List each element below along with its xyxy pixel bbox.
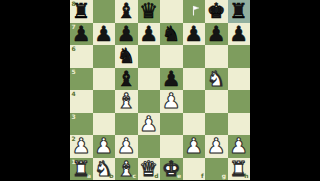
square-g5[interactable]: ♞ bbox=[205, 68, 228, 91]
piece-black-king[interactable]: ♚ bbox=[207, 0, 226, 23]
square-b3[interactable] bbox=[93, 113, 116, 136]
piece-black-pawn[interactable]: ♟ bbox=[139, 23, 158, 46]
square-a2[interactable]: 2♟ bbox=[70, 135, 93, 158]
square-b6[interactable] bbox=[93, 45, 116, 68]
piece-black-knight[interactable]: ♞ bbox=[162, 23, 181, 46]
chess-board[interactable]: 8♜♝♛♚♜7♟♟♟♟♞♟♟♟6♞5♝♟♞4♝♟3♟2♟♟♟♟♟♟1a♜b♞c♝… bbox=[70, 0, 250, 180]
piece-black-queen[interactable]: ♛ bbox=[139, 0, 158, 23]
square-g7[interactable]: ♟ bbox=[205, 23, 228, 46]
square-b7[interactable]: ♟ bbox=[93, 23, 116, 46]
square-c2[interactable]: ♟ bbox=[115, 135, 138, 158]
square-a6[interactable]: 6 bbox=[70, 45, 93, 68]
piece-black-pawn[interactable]: ♟ bbox=[184, 23, 203, 46]
file-label-c: c bbox=[132, 173, 136, 179]
rank-label-2: 2 bbox=[72, 136, 76, 142]
piece-black-knight[interactable]: ♞ bbox=[117, 45, 136, 68]
square-g6[interactable] bbox=[205, 45, 228, 68]
square-e2[interactable] bbox=[160, 135, 183, 158]
letterbox-left bbox=[0, 0, 70, 180]
piece-black-pawn[interactable]: ♟ bbox=[162, 68, 181, 91]
file-label-f: f bbox=[201, 173, 204, 179]
file-label-a: a bbox=[87, 173, 91, 179]
square-h5[interactable] bbox=[228, 68, 251, 91]
piece-black-pawn[interactable]: ♟ bbox=[117, 23, 136, 46]
square-b8[interactable] bbox=[93, 0, 116, 23]
piece-white-pawn[interactable]: ♟ bbox=[184, 135, 203, 158]
file-label-g: g bbox=[222, 173, 226, 179]
square-f7[interactable]: ♟ bbox=[183, 23, 206, 46]
square-h7[interactable]: ♟ bbox=[228, 23, 251, 46]
square-d2[interactable] bbox=[138, 135, 161, 158]
letterbox-right bbox=[250, 0, 320, 180]
square-g1[interactable]: g bbox=[205, 158, 228, 181]
piece-white-pawn[interactable]: ♟ bbox=[94, 135, 113, 158]
square-g4[interactable] bbox=[205, 90, 228, 113]
piece-white-pawn[interactable]: ♟ bbox=[229, 135, 248, 158]
file-label-d: d bbox=[154, 173, 158, 179]
square-c1[interactable]: c♝ bbox=[115, 158, 138, 181]
square-b5[interactable] bbox=[93, 68, 116, 91]
square-a7[interactable]: 7♟ bbox=[70, 23, 93, 46]
square-f4[interactable] bbox=[183, 90, 206, 113]
square-d5[interactable] bbox=[138, 68, 161, 91]
piece-white-pawn[interactable]: ♟ bbox=[162, 90, 181, 113]
square-h2[interactable]: ♟ bbox=[228, 135, 251, 158]
square-b4[interactable] bbox=[93, 90, 116, 113]
video-frame: 8♜♝♛♚♜7♟♟♟♟♞♟♟♟6♞5♝♟♞4♝♟3♟2♟♟♟♟♟♟1a♜b♞c♝… bbox=[0, 0, 320, 180]
rank-label-3: 3 bbox=[72, 114, 76, 120]
square-e1[interactable]: e♚ bbox=[160, 158, 183, 181]
square-e3[interactable] bbox=[160, 113, 183, 136]
square-g8[interactable]: ♚ bbox=[205, 0, 228, 23]
square-a8[interactable]: 8♜ bbox=[70, 0, 93, 23]
piece-black-pawn[interactable]: ♟ bbox=[207, 23, 226, 46]
square-e8[interactable] bbox=[160, 0, 183, 23]
square-g3[interactable] bbox=[205, 113, 228, 136]
file-label-h: h bbox=[244, 173, 248, 179]
square-d1[interactable]: d♛ bbox=[138, 158, 161, 181]
square-d8[interactable]: ♛ bbox=[138, 0, 161, 23]
square-e5[interactable]: ♟ bbox=[160, 68, 183, 91]
square-c6[interactable]: ♞ bbox=[115, 45, 138, 68]
square-d3[interactable]: ♟ bbox=[138, 113, 161, 136]
square-c7[interactable]: ♟ bbox=[115, 23, 138, 46]
square-a4[interactable]: 4 bbox=[70, 90, 93, 113]
square-c3[interactable] bbox=[115, 113, 138, 136]
square-c5[interactable]: ♝ bbox=[115, 68, 138, 91]
square-e4[interactable]: ♟ bbox=[160, 90, 183, 113]
square-e7[interactable]: ♞ bbox=[160, 23, 183, 46]
rank-label-8: 8 bbox=[72, 1, 76, 7]
square-h8[interactable]: ♜ bbox=[228, 0, 251, 23]
square-f1[interactable]: f bbox=[183, 158, 206, 181]
piece-white-bishop[interactable]: ♝ bbox=[117, 90, 136, 113]
square-d7[interactable]: ♟ bbox=[138, 23, 161, 46]
square-g2[interactable]: ♟ bbox=[205, 135, 228, 158]
piece-black-pawn[interactable]: ♟ bbox=[94, 23, 113, 46]
piece-white-pawn[interactable]: ♟ bbox=[117, 135, 136, 158]
piece-black-pawn[interactable]: ♟ bbox=[229, 23, 248, 46]
square-f2[interactable]: ♟ bbox=[183, 135, 206, 158]
rank-label-5: 5 bbox=[72, 69, 76, 75]
square-a5[interactable]: 5 bbox=[70, 68, 93, 91]
rank-label-1: 1 bbox=[72, 159, 76, 165]
square-b1[interactable]: b♞ bbox=[93, 158, 116, 181]
square-d6[interactable] bbox=[138, 45, 161, 68]
square-f6[interactable] bbox=[183, 45, 206, 68]
square-e6[interactable] bbox=[160, 45, 183, 68]
square-f5[interactable] bbox=[183, 68, 206, 91]
piece-black-rook[interactable]: ♜ bbox=[229, 0, 248, 23]
file-label-b: b bbox=[109, 173, 113, 179]
square-h1[interactable]: h♜ bbox=[228, 158, 251, 181]
rank-label-6: 6 bbox=[72, 46, 76, 52]
square-h4[interactable] bbox=[228, 90, 251, 113]
square-a3[interactable]: 3 bbox=[70, 113, 93, 136]
piece-black-bishop[interactable]: ♝ bbox=[117, 68, 136, 91]
square-h3[interactable] bbox=[228, 113, 251, 136]
square-c4[interactable]: ♝ bbox=[115, 90, 138, 113]
piece-white-knight[interactable]: ♞ bbox=[207, 68, 226, 91]
square-h6[interactable] bbox=[228, 45, 251, 68]
rank-label-4: 4 bbox=[72, 91, 76, 97]
piece-black-bishop[interactable]: ♝ bbox=[117, 0, 136, 23]
piece-white-pawn[interactable]: ♟ bbox=[207, 135, 226, 158]
file-label-e: e bbox=[177, 173, 181, 179]
square-b2[interactable]: ♟ bbox=[93, 135, 116, 158]
white-flag-cursor-icon bbox=[192, 5, 200, 16]
square-a1[interactable]: 1a♜ bbox=[70, 158, 93, 181]
square-c8[interactable]: ♝ bbox=[115, 0, 138, 23]
square-d4[interactable] bbox=[138, 90, 161, 113]
square-f3[interactable] bbox=[183, 113, 206, 136]
rank-label-7: 7 bbox=[72, 24, 76, 30]
piece-white-pawn[interactable]: ♟ bbox=[139, 113, 158, 136]
